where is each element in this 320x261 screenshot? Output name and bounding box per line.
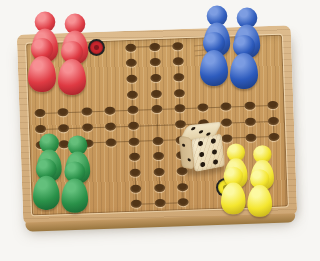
die-pip — [198, 141, 203, 147]
yellow-peg[interactable] — [247, 169, 272, 217]
die-face-front-6 — [191, 133, 225, 172]
blue-peg[interactable] — [200, 32, 228, 86]
die-pip — [188, 158, 191, 162]
board-hole[interactable] — [268, 117, 279, 125]
green-peg-yard — [33, 132, 92, 214]
board-hole[interactable] — [154, 183, 165, 191]
board-hole[interactable] — [173, 73, 184, 81]
board-hole[interactable] — [129, 137, 140, 145]
die-pip — [212, 159, 217, 165]
peg-body — [28, 56, 56, 92]
start-marker-red — [90, 41, 103, 54]
peg-body — [247, 185, 272, 217]
board-hole[interactable] — [268, 132, 279, 140]
board-hole[interactable] — [244, 102, 255, 110]
die-pip — [211, 149, 216, 155]
board-hole[interactable] — [154, 199, 165, 207]
die-pip — [210, 138, 215, 144]
board-hole[interactable] — [150, 90, 161, 98]
board-hole[interactable] — [130, 169, 141, 177]
board-hole[interactable] — [81, 108, 92, 116]
board-hole[interactable] — [128, 106, 139, 114]
board-hole[interactable] — [58, 108, 69, 116]
red-peg-yard — [28, 10, 90, 96]
blue-peg-yard — [200, 4, 262, 90]
board-hole[interactable] — [174, 89, 185, 97]
board-hole[interactable] — [150, 74, 161, 82]
board-hole[interactable] — [127, 90, 138, 98]
board-hole[interactable] — [35, 109, 46, 117]
peg-body — [230, 53, 258, 89]
board-hole[interactable] — [149, 58, 160, 66]
peg-body — [200, 50, 228, 86]
yellow-peg[interactable] — [221, 167, 246, 215]
board-hole[interactable] — [267, 101, 278, 109]
board-hole[interactable] — [125, 43, 136, 51]
board-hole[interactable] — [126, 75, 137, 83]
green-peg[interactable] — [33, 159, 60, 210]
board-hole[interactable] — [197, 104, 208, 112]
die[interactable] — [176, 121, 227, 176]
red-peg[interactable] — [28, 38, 56, 92]
board-hole[interactable] — [244, 118, 255, 126]
die-pip — [182, 143, 185, 147]
board-hole[interactable] — [174, 104, 185, 112]
board-hole[interactable] — [130, 184, 141, 192]
board-hole[interactable] — [104, 107, 115, 115]
board-hole[interactable] — [177, 182, 188, 190]
board-hole[interactable] — [105, 138, 116, 146]
peg-body — [33, 176, 60, 210]
board-hole[interactable] — [129, 153, 140, 161]
board-hole[interactable] — [149, 43, 160, 51]
board-hole[interactable] — [152, 152, 163, 160]
die-pip — [199, 151, 204, 157]
die-pip — [198, 130, 204, 134]
board-hole[interactable] — [177, 198, 188, 206]
die-pip — [191, 126, 197, 130]
yellow-peg-yard — [221, 142, 276, 218]
board-hole[interactable] — [221, 118, 232, 126]
red-peg[interactable] — [58, 41, 86, 95]
board-hole[interactable] — [221, 103, 232, 111]
board-hole[interactable] — [172, 57, 183, 65]
board-hole[interactable] — [105, 122, 116, 130]
blue-peg[interactable] — [230, 35, 258, 89]
photo-scene — [0, 0, 320, 261]
board-hole[interactable] — [245, 133, 256, 141]
peg-body — [62, 179, 89, 213]
die-pip — [200, 161, 205, 167]
green-peg[interactable] — [62, 161, 89, 212]
peg-body — [221, 182, 246, 214]
board-hole[interactable] — [153, 168, 164, 176]
board-hole[interactable] — [126, 59, 137, 67]
board-hole[interactable] — [131, 200, 142, 208]
board-hole[interactable] — [151, 105, 162, 113]
peg-body — [58, 59, 86, 95]
board-hole[interactable] — [82, 123, 93, 131]
board-hole[interactable] — [172, 42, 183, 50]
board-hole[interactable] — [152, 136, 163, 144]
board-hole[interactable] — [128, 122, 139, 130]
